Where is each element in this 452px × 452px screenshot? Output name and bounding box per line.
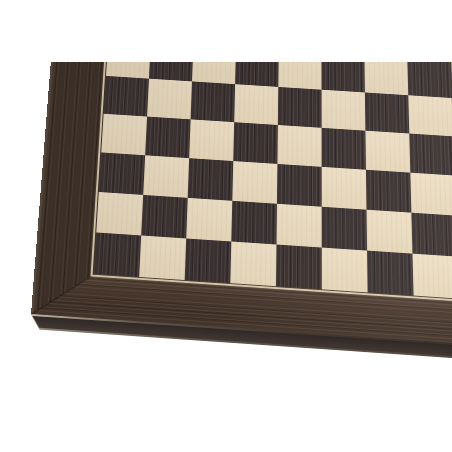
square-e2 <box>276 204 321 248</box>
square-a4 <box>101 114 147 156</box>
square-e1 <box>276 245 322 290</box>
square-f6 <box>322 62 365 92</box>
square-d6 <box>235 62 279 87</box>
product-photo-canvas <box>0 0 452 452</box>
square-f4 <box>322 128 366 170</box>
square-h2 <box>411 213 452 257</box>
square-g3 <box>366 170 411 213</box>
square-g2 <box>366 210 412 254</box>
square-a2 <box>96 192 143 235</box>
square-h3 <box>410 173 452 216</box>
square-d2 <box>231 201 277 245</box>
square-h5 <box>408 95 452 136</box>
square-d4 <box>233 122 278 164</box>
square-e4 <box>277 125 321 167</box>
square-a5 <box>104 76 149 117</box>
square-b4 <box>145 117 190 159</box>
square-h4 <box>409 134 452 176</box>
square-c1 <box>185 238 232 283</box>
square-c3 <box>188 158 234 201</box>
square-f2 <box>322 207 367 251</box>
square-d1 <box>230 241 276 286</box>
square-c5 <box>191 81 236 122</box>
square-g5 <box>365 92 409 133</box>
square-g6 <box>364 62 408 95</box>
photo-crop-area <box>0 62 452 452</box>
square-g4 <box>365 131 410 173</box>
square-f3 <box>322 167 367 210</box>
square-a3 <box>99 152 145 195</box>
square-e5 <box>278 87 322 128</box>
square-b5 <box>147 79 192 120</box>
square-c2 <box>186 198 232 242</box>
square-f5 <box>322 90 366 131</box>
square-e3 <box>277 164 322 207</box>
square-d3 <box>232 161 277 204</box>
square-h6 <box>407 62 451 98</box>
square-b2 <box>141 195 188 239</box>
square-c4 <box>189 119 234 161</box>
squares-grid <box>94 62 452 299</box>
square-b3 <box>143 155 189 198</box>
square-d5 <box>234 84 278 125</box>
square-g1 <box>367 251 414 296</box>
square-e6 <box>278 62 321 90</box>
square-h1 <box>412 254 452 299</box>
chessboard <box>30 62 452 365</box>
square-b1 <box>139 235 186 280</box>
square-a1 <box>94 232 142 276</box>
board-top-face <box>31 62 452 348</box>
square-f1 <box>322 248 368 293</box>
